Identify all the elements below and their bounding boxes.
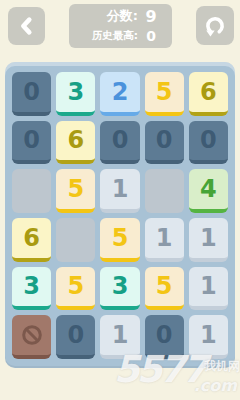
back-button[interactable] [8,7,45,45]
cell-r1c1-tile-0[interactable]: 0 [12,72,51,116]
best-score-label: 历史最高: [73,28,138,44]
game-screen: 分数: 9 历史最高: 0 03256060005146511353510101… [0,0,240,400]
chevron-left-icon [16,14,38,38]
cell-r6c1-blocked [12,315,51,359]
cell-r1c3-tile-2[interactable]: 2 [100,72,139,116]
restart-arrow-icon [202,12,228,39]
cell-r6c2-tile-0[interactable]: 0 [56,315,95,359]
cell-r4c3-tile-5[interactable]: 5 [100,218,139,262]
best-score-value: 0 [138,27,164,45]
cell-r2c3-tile-0[interactable]: 0 [100,121,139,165]
score-label: 分数: [73,7,138,26]
cell-r3c5-tile-4[interactable]: 4 [189,169,228,213]
watermark-suffix: .com [194,376,237,395]
cell-r4c4-tile-1[interactable]: 1 [145,218,184,262]
cell-r5c2-tile-5[interactable]: 5 [56,267,95,311]
cell-r3c3-tile-1[interactable]: 1 [100,169,139,213]
cell-r6c4-tile-0[interactable]: 0 [145,315,184,359]
cell-r4c1-tile-6[interactable]: 6 [12,218,51,262]
cell-r5c5-tile-1[interactable]: 1 [189,267,228,311]
cell-r3c4-empty [145,169,184,213]
cell-r2c1-tile-0[interactable]: 0 [12,121,51,165]
cell-r5c3-tile-3[interactable]: 3 [100,267,139,311]
cell-r2c4-tile-0[interactable]: 0 [145,121,184,165]
restart-button[interactable] [196,6,234,45]
score-value: 9 [138,7,164,26]
cell-r6c3-tile-1[interactable]: 1 [100,315,139,359]
score-panel: 分数: 9 历史最高: 0 [69,4,172,48]
cell-r3c1-empty [12,169,51,213]
cell-r4c5-tile-1[interactable]: 1 [189,218,228,262]
cell-r1c5-tile-6[interactable]: 6 [189,72,228,116]
board-grid: 03256060005146511353510101 [5,62,235,368]
cell-r1c4-tile-5[interactable]: 5 [145,72,184,116]
cell-r4c2-empty [56,218,95,262]
cell-r2c5-tile-0[interactable]: 0 [189,121,228,165]
prohibition-icon [20,323,44,347]
cell-r5c1-tile-3[interactable]: 3 [12,267,51,311]
cell-r3c2-tile-5[interactable]: 5 [56,169,95,213]
cell-r2c2-tile-6[interactable]: 6 [56,121,95,165]
cell-r5c4-tile-5[interactable]: 5 [145,267,184,311]
cell-r6c5-tile-1[interactable]: 1 [189,315,228,359]
cell-r1c2-tile-3[interactable]: 3 [56,72,95,116]
